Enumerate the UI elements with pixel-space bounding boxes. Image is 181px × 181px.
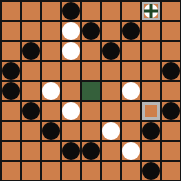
board-cell[interactable] (122, 42, 140, 60)
board-cell[interactable] (82, 122, 100, 140)
white-stone-cell[interactable] (62, 102, 80, 120)
white-stone-cell[interactable] (62, 42, 80, 60)
board-cell[interactable] (162, 122, 180, 140)
board-cell[interactable] (42, 2, 60, 20)
goal-cell[interactable] (82, 82, 100, 100)
black-stone (162, 102, 180, 120)
black-stone (162, 62, 180, 80)
target-cross-vertical (150, 4, 153, 18)
black-stone (22, 102, 40, 120)
game-board (0, 0, 181, 181)
board-cell[interactable] (162, 2, 180, 20)
board-cell[interactable] (2, 102, 20, 120)
board-cell[interactable] (102, 22, 120, 40)
white-stone-cell[interactable] (122, 82, 140, 100)
black-stone-cell[interactable] (122, 22, 140, 40)
white-stone-cell[interactable] (122, 142, 140, 160)
board-cell[interactable] (102, 142, 120, 160)
board-cell[interactable] (62, 162, 80, 180)
black-stone-cell[interactable] (22, 42, 40, 60)
black-stone-cell[interactable] (62, 2, 80, 20)
board-cell[interactable] (42, 142, 60, 160)
board-cell[interactable] (82, 162, 100, 180)
black-stone-cell[interactable] (22, 102, 40, 120)
black-stone-cell[interactable] (102, 42, 120, 60)
black-stone-cell[interactable] (2, 62, 20, 80)
black-stone (122, 22, 140, 40)
white-stone-cell[interactable] (62, 22, 80, 40)
black-stone (142, 162, 160, 180)
board-cell[interactable] (22, 62, 40, 80)
black-stone-cell[interactable] (82, 22, 100, 40)
board-cell[interactable] (22, 142, 40, 160)
black-stone (22, 42, 40, 60)
board-cell[interactable] (122, 2, 140, 20)
black-stone-cell[interactable] (82, 142, 100, 160)
board-cell[interactable] (142, 22, 160, 40)
black-stone-cell[interactable] (162, 102, 180, 120)
black-stone-cell[interactable] (162, 62, 180, 80)
board-cell[interactable] (22, 2, 40, 20)
white-stone (122, 82, 140, 100)
board-cell[interactable] (142, 62, 160, 80)
board-cell[interactable] (122, 62, 140, 80)
board-cell[interactable] (102, 102, 120, 120)
board-cell[interactable] (142, 142, 160, 160)
board-cell[interactable] (82, 42, 100, 60)
board-cell[interactable] (122, 102, 140, 120)
white-stone-cell[interactable] (102, 122, 120, 140)
black-stone (142, 122, 160, 140)
board-cell[interactable] (82, 2, 100, 20)
board-cell[interactable] (102, 62, 120, 80)
board-cell[interactable] (2, 22, 20, 40)
board-cell[interactable] (22, 122, 40, 140)
board-cell[interactable] (142, 82, 160, 100)
black-stone-cell[interactable] (142, 122, 160, 140)
board-cell[interactable] (62, 82, 80, 100)
board-cell[interactable] (42, 22, 60, 40)
black-stone (2, 62, 20, 80)
target-cell[interactable] (142, 2, 160, 20)
target-crosshair-icon (142, 2, 160, 20)
white-stone (62, 102, 80, 120)
black-stone (2, 82, 20, 100)
board-cell[interactable] (62, 122, 80, 140)
board-cell[interactable] (42, 162, 60, 180)
black-stone (82, 22, 100, 40)
board-cell[interactable] (122, 122, 140, 140)
board-cell[interactable] (102, 82, 120, 100)
white-stone (42, 82, 60, 100)
white-stone-cell[interactable] (42, 82, 60, 100)
selection-frame-cell[interactable] (142, 102, 160, 120)
black-stone-cell[interactable] (42, 122, 60, 140)
black-stone-cell[interactable] (142, 162, 160, 180)
black-stone-cell[interactable] (2, 82, 20, 100)
board-cell[interactable] (102, 2, 120, 20)
black-stone (62, 2, 80, 20)
board-cell[interactable] (122, 162, 140, 180)
board-cell[interactable] (22, 82, 40, 100)
white-stone (102, 122, 120, 140)
board-cell[interactable] (2, 162, 20, 180)
board-cell[interactable] (162, 42, 180, 60)
black-stone (102, 42, 120, 60)
board-cell[interactable] (42, 42, 60, 60)
board-cell[interactable] (22, 162, 40, 180)
board-cell[interactable] (102, 162, 120, 180)
board-cell[interactable] (162, 162, 180, 180)
board-cell[interactable] (62, 62, 80, 80)
white-stone (62, 22, 80, 40)
board-cell[interactable] (82, 62, 100, 80)
board-cell[interactable] (142, 42, 160, 60)
black-stone (82, 142, 100, 160)
white-stone (122, 142, 140, 160)
black-stone-cell[interactable] (62, 142, 80, 160)
board-cell[interactable] (162, 22, 180, 40)
black-stone (42, 122, 60, 140)
board-cell[interactable] (162, 142, 180, 160)
board-cell[interactable] (22, 22, 40, 40)
board-cell[interactable] (2, 122, 20, 140)
board-cell[interactable] (82, 102, 100, 120)
board-cell[interactable] (2, 2, 20, 20)
board-cell[interactable] (2, 142, 20, 160)
board-cell[interactable] (2, 42, 20, 60)
white-stone (62, 42, 80, 60)
black-stone (62, 142, 80, 160)
board-cell[interactable] (162, 82, 180, 100)
board-cell[interactable] (42, 62, 60, 80)
board-cell[interactable] (42, 102, 60, 120)
